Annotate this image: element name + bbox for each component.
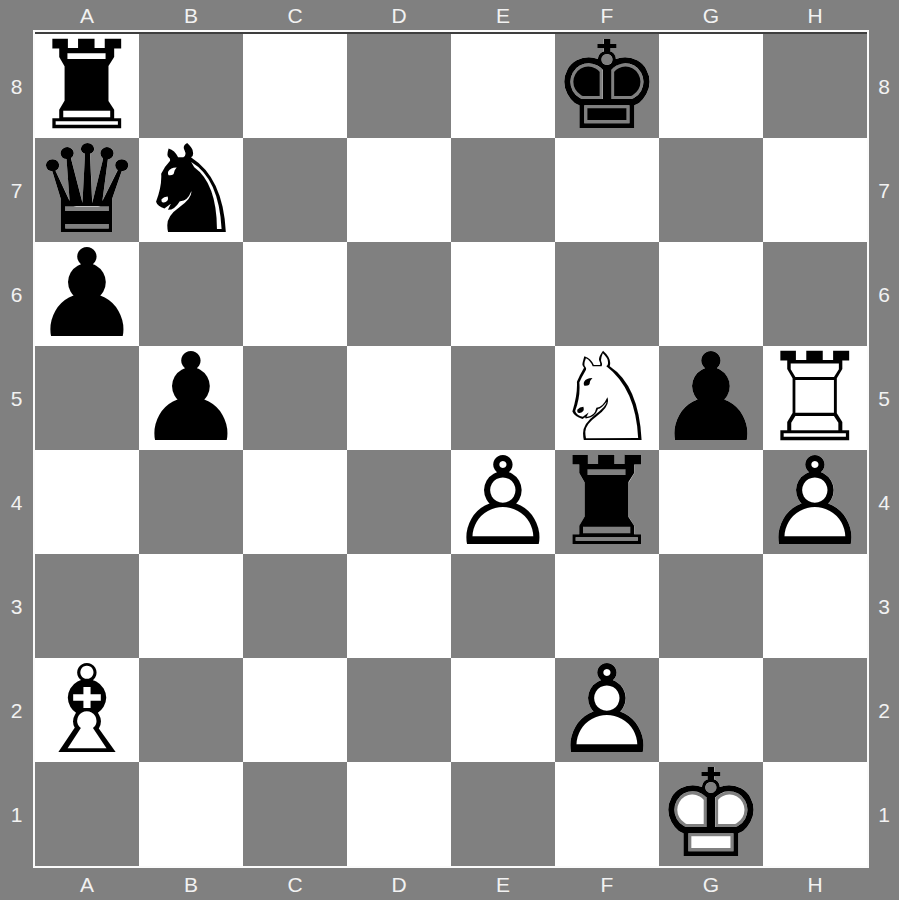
piece-fill-glyph: ♔	[555, 34, 659, 138]
square-d3[interactable]	[347, 554, 451, 658]
rank-labels-right: 87654321	[869, 34, 899, 866]
rank-label-3: 5	[869, 346, 899, 450]
rank-label-5: 3	[869, 554, 899, 658]
file-label-6: G	[659, 868, 763, 900]
black-pawn[interactable]: ♙♟	[659, 346, 763, 450]
square-d4[interactable]	[347, 450, 451, 554]
piece-outline-glyph: ♟	[659, 346, 763, 450]
piece-fill-glyph: ♟	[555, 658, 659, 762]
white-pawn[interactable]: ♟♙	[763, 450, 867, 554]
square-a7[interactable]: ♕♛	[35, 138, 139, 242]
rank-label-3: 5	[0, 346, 33, 450]
square-f1[interactable]	[555, 762, 659, 866]
white-rook[interactable]: ♜♖	[763, 346, 867, 450]
piece-fill-glyph: ♚	[659, 762, 763, 866]
rank-label-7: 1	[0, 762, 33, 866]
square-b8[interactable]	[139, 34, 243, 138]
black-pawn[interactable]: ♙♟	[139, 346, 243, 450]
piece-outline-glyph: ♙	[555, 658, 659, 762]
file-label-2: C	[243, 0, 347, 30]
square-h3[interactable]	[763, 554, 867, 658]
square-a5[interactable]	[35, 346, 139, 450]
square-f8[interactable]: ♔♚	[555, 34, 659, 138]
square-a4[interactable]	[35, 450, 139, 554]
white-king[interactable]: ♚♔	[659, 762, 763, 866]
square-g5[interactable]: ♙♟	[659, 346, 763, 450]
piece-outline-glyph: ♘	[555, 346, 659, 450]
square-a3[interactable]	[35, 554, 139, 658]
square-h5[interactable]: ♜♖	[763, 346, 867, 450]
file-labels-top: ABCDEFGH	[35, 0, 867, 30]
piece-fill-glyph: ♙	[659, 346, 763, 450]
white-pawn[interactable]: ♟♙	[451, 450, 555, 554]
rank-label-5: 3	[0, 554, 33, 658]
file-label-1: B	[139, 0, 243, 30]
piece-fill-glyph: ♕	[35, 138, 139, 242]
piece-fill-glyph: ♟	[451, 450, 555, 554]
file-label-5: F	[555, 868, 659, 900]
rank-label-7: 1	[869, 762, 899, 866]
piece-outline-glyph: ♟	[35, 242, 139, 346]
piece-outline-glyph: ♞	[139, 138, 243, 242]
file-label-0: A	[35, 868, 139, 900]
square-d7[interactable]	[347, 138, 451, 242]
square-e8[interactable]	[451, 34, 555, 138]
rank-labels-left: 87654321	[0, 34, 33, 866]
piece-outline-glyph: ♚	[555, 34, 659, 138]
rank-label-2: 6	[869, 242, 899, 346]
black-rook[interactable]: ♖♜	[35, 34, 139, 138]
square-e3[interactable]	[451, 554, 555, 658]
square-f2[interactable]: ♟♙	[555, 658, 659, 762]
square-b6[interactable]	[139, 242, 243, 346]
piece-fill-glyph: ♙	[139, 346, 243, 450]
square-e4[interactable]: ♟♙	[451, 450, 555, 554]
square-c1[interactable]	[243, 762, 347, 866]
square-f3[interactable]	[555, 554, 659, 658]
rank-label-6: 2	[0, 658, 33, 762]
piece-outline-glyph: ♛	[35, 138, 139, 242]
piece-outline-glyph: ♙	[763, 450, 867, 554]
square-g2[interactable]	[659, 658, 763, 762]
piece-fill-glyph: ♞	[555, 346, 659, 450]
square-a6[interactable]: ♙♟	[35, 242, 139, 346]
chess-diagram: ABCDEFGH ABCDEFGH 87654321 87654321 ♖♜♔♚…	[0, 0, 899, 900]
square-a2[interactable]: ♝♗	[35, 658, 139, 762]
piece-fill-glyph: ♙	[35, 242, 139, 346]
file-label-7: H	[763, 868, 867, 900]
white-knight[interactable]: ♞♘	[555, 346, 659, 450]
square-e5[interactable]	[451, 346, 555, 450]
file-label-3: D	[347, 868, 451, 900]
file-label-5: F	[555, 0, 659, 30]
piece-fill-glyph: ♝	[35, 658, 139, 762]
square-e7[interactable]	[451, 138, 555, 242]
black-pawn[interactable]: ♙♟	[35, 242, 139, 346]
square-d5[interactable]	[347, 346, 451, 450]
file-label-4: E	[451, 868, 555, 900]
square-f7[interactable]	[555, 138, 659, 242]
square-c6[interactable]	[243, 242, 347, 346]
square-g8[interactable]	[659, 34, 763, 138]
board-inner: ♖♜♔♚♕♛♘♞♙♟♙♟♞♘♙♟♜♖♟♙♖♜♟♙♝♗♟♙♚♔	[35, 32, 867, 866]
square-a1[interactable]	[35, 762, 139, 866]
white-pawn[interactable]: ♟♙	[555, 658, 659, 762]
square-h8[interactable]	[763, 34, 867, 138]
square-e6[interactable]	[451, 242, 555, 346]
square-g7[interactable]	[659, 138, 763, 242]
file-label-2: C	[243, 868, 347, 900]
square-c3[interactable]	[243, 554, 347, 658]
square-b5[interactable]: ♙♟	[139, 346, 243, 450]
black-knight[interactable]: ♘♞	[139, 138, 243, 242]
rank-label-0: 8	[0, 34, 33, 138]
piece-outline-glyph: ♖	[763, 346, 867, 450]
black-queen[interactable]: ♕♛	[35, 138, 139, 242]
square-g6[interactable]	[659, 242, 763, 346]
file-labels-bottom: ABCDEFGH	[35, 868, 867, 900]
rank-label-2: 6	[0, 242, 33, 346]
square-g3[interactable]	[659, 554, 763, 658]
file-label-4: E	[451, 0, 555, 30]
square-f6[interactable]	[555, 242, 659, 346]
square-c2[interactable]	[243, 658, 347, 762]
square-b1[interactable]	[139, 762, 243, 866]
rank-label-4: 4	[0, 450, 33, 554]
square-f5[interactable]: ♞♘	[555, 346, 659, 450]
piece-fill-glyph: ♟	[763, 450, 867, 554]
piece-fill-glyph: ♖	[35, 34, 139, 138]
black-rook[interactable]: ♖♜	[555, 450, 659, 554]
square-b4[interactable]	[139, 450, 243, 554]
square-h4[interactable]: ♟♙	[763, 450, 867, 554]
rank-label-6: 2	[869, 658, 899, 762]
square-d6[interactable]	[347, 242, 451, 346]
square-d2[interactable]	[347, 658, 451, 762]
rank-label-0: 8	[869, 34, 899, 138]
square-h2[interactable]	[763, 658, 867, 762]
piece-outline-glyph: ♜	[555, 450, 659, 554]
black-king[interactable]: ♔♚	[555, 34, 659, 138]
rank-label-1: 7	[0, 138, 33, 242]
piece-fill-glyph: ♖	[555, 450, 659, 554]
piece-fill-glyph: ♘	[139, 138, 243, 242]
white-bishop[interactable]: ♝♗	[35, 658, 139, 762]
board-frame: ♖♜♔♚♕♛♘♞♙♟♙♟♞♘♙♟♜♖♟♙♖♜♟♙♝♗♟♙♚♔	[33, 30, 869, 868]
piece-outline-glyph: ♙	[451, 450, 555, 554]
square-c4[interactable]	[243, 450, 347, 554]
square-e1[interactable]	[451, 762, 555, 866]
square-b3[interactable]	[139, 554, 243, 658]
file-label-3: D	[347, 0, 451, 30]
chess-board: ♖♜♔♚♕♛♘♞♙♟♙♟♞♘♙♟♜♖♟♙♖♜♟♙♝♗♟♙♚♔	[35, 34, 867, 866]
square-g4[interactable]	[659, 450, 763, 554]
square-e2[interactable]	[451, 658, 555, 762]
piece-outline-glyph: ♟	[139, 346, 243, 450]
square-a8[interactable]: ♖♜	[35, 34, 139, 138]
file-label-6: G	[659, 0, 763, 30]
square-h1[interactable]	[763, 762, 867, 866]
square-g1[interactable]: ♚♔	[659, 762, 763, 866]
piece-fill-glyph: ♜	[763, 346, 867, 450]
square-d1[interactable]	[347, 762, 451, 866]
file-label-7: H	[763, 0, 867, 30]
square-c7[interactable]	[243, 138, 347, 242]
piece-outline-glyph: ♗	[35, 658, 139, 762]
square-f4[interactable]: ♖♜	[555, 450, 659, 554]
rank-label-4: 4	[869, 450, 899, 554]
square-b2[interactable]	[139, 658, 243, 762]
square-b7[interactable]: ♘♞	[139, 138, 243, 242]
square-d8[interactable]	[347, 34, 451, 138]
rank-label-1: 7	[869, 138, 899, 242]
piece-outline-glyph: ♔	[659, 762, 763, 866]
square-c8[interactable]	[243, 34, 347, 138]
square-c5[interactable]	[243, 346, 347, 450]
square-h6[interactable]	[763, 242, 867, 346]
file-label-0: A	[35, 0, 139, 30]
piece-outline-glyph: ♜	[35, 34, 139, 138]
square-h7[interactable]	[763, 138, 867, 242]
file-label-1: B	[139, 868, 243, 900]
